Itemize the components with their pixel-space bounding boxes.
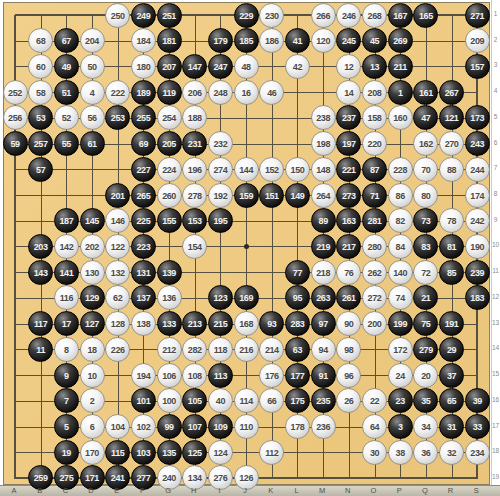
- stone-white-78: 78: [439, 208, 464, 233]
- stone-black-45: 45: [362, 28, 387, 53]
- go-game-viewer: 2502492512292302662462681671652716867204…: [0, 0, 500, 496]
- stone-black-163: 163: [336, 208, 361, 233]
- stone-white-192: 192: [208, 183, 233, 208]
- stone-white-268: 268: [362, 3, 387, 28]
- stone-black-283: 283: [285, 311, 310, 336]
- column-label-N: N: [341, 486, 355, 496]
- stone-black-39: 39: [465, 388, 490, 413]
- stone-white-244: 244: [465, 157, 490, 182]
- stone-black-167: 167: [388, 3, 413, 28]
- stone-black-185: 185: [234, 28, 259, 53]
- stone-black-173: 173: [465, 105, 490, 130]
- stone-black-101: 101: [131, 388, 156, 413]
- row-label-8: 8: [491, 190, 500, 198]
- stone-black-11: 11: [28, 337, 53, 362]
- stone-white-100: 100: [157, 388, 182, 413]
- stone-black-13: 13: [362, 54, 387, 79]
- stone-black-49: 49: [54, 54, 79, 79]
- stone-black-115: 115: [105, 440, 130, 465]
- stone-white-56: 56: [80, 105, 105, 130]
- stone-white-74: 74: [388, 285, 413, 310]
- stone-white-96: 96: [336, 363, 361, 388]
- stone-white-108: 108: [182, 363, 207, 388]
- stone-black-281: 281: [362, 208, 387, 233]
- stone-white-22: 22: [362, 388, 387, 413]
- stone-black-181: 181: [157, 28, 182, 53]
- stone-black-247: 247: [208, 54, 233, 79]
- column-label-P: P: [392, 486, 406, 496]
- stone-white-8: 8: [54, 337, 79, 362]
- stone-white-150: 150: [285, 157, 310, 182]
- stone-white-178: 178: [285, 414, 310, 439]
- stone-black-53: 53: [28, 105, 53, 130]
- stone-white-202: 202: [80, 234, 105, 259]
- stone-white-36: 36: [413, 440, 438, 465]
- stone-white-88: 88: [439, 157, 464, 182]
- stone-black-257: 257: [28, 131, 53, 156]
- column-label-F: F: [135, 486, 149, 496]
- stone-black-9: 9: [54, 363, 79, 388]
- column-label-S: S: [469, 486, 483, 496]
- stone-black-187: 187: [54, 208, 79, 233]
- row-label-5: 5: [491, 113, 500, 121]
- column-label-C: C: [58, 486, 72, 496]
- stone-white-256: 256: [3, 105, 28, 130]
- column-label-R: R: [444, 486, 458, 496]
- stone-white-228: 228: [388, 157, 413, 182]
- row-label-18: 18: [491, 447, 500, 455]
- stone-white-254: 254: [157, 105, 182, 130]
- row-label-2: 2: [491, 36, 500, 44]
- stone-black-215: 215: [208, 311, 233, 336]
- stone-black-99: 99: [157, 414, 182, 439]
- stone-black-227: 227: [131, 157, 156, 182]
- stone-white-230: 230: [259, 3, 284, 28]
- stone-black-211: 211: [388, 54, 413, 79]
- stone-white-260: 260: [157, 183, 182, 208]
- stone-black-63: 63: [285, 337, 310, 362]
- stone-white-14: 14: [336, 80, 361, 105]
- stone-white-38: 38: [388, 440, 413, 465]
- stone-white-4: 4: [80, 80, 105, 105]
- stone-black-133: 133: [157, 311, 182, 336]
- stone-black-95: 95: [285, 285, 310, 310]
- stone-black-223: 223: [131, 234, 156, 259]
- stone-black-207: 207: [157, 54, 182, 79]
- stone-black-203: 203: [28, 234, 53, 259]
- stone-white-138: 138: [131, 311, 156, 336]
- stone-black-109: 109: [208, 414, 233, 439]
- stone-black-7: 7: [54, 388, 79, 413]
- stone-black-145: 145: [80, 208, 105, 233]
- row-label-9: 9: [491, 216, 500, 224]
- stone-black-201: 201: [105, 183, 130, 208]
- stone-white-274: 274: [208, 157, 233, 182]
- stone-black-77: 77: [285, 260, 310, 285]
- stone-white-278: 278: [182, 183, 207, 208]
- stone-white-172: 172: [388, 337, 413, 362]
- stone-black-265: 265: [131, 183, 156, 208]
- stone-white-208: 208: [362, 80, 387, 105]
- column-label-Q: Q: [418, 486, 432, 496]
- stone-black-219: 219: [311, 234, 336, 259]
- row-label-11: 11: [491, 267, 500, 275]
- go-board[interactable]: 2502492512292302662462681671652716867204…: [3, 2, 490, 485]
- stone-black-141: 141: [54, 260, 79, 285]
- stone-white-68: 68: [28, 28, 53, 53]
- stone-white-200: 200: [362, 311, 387, 336]
- stone-black-179: 179: [208, 28, 233, 53]
- stone-white-90: 90: [336, 311, 361, 336]
- stone-black-5: 5: [54, 414, 79, 439]
- stone-white-42: 42: [285, 54, 310, 79]
- stone-black-81: 81: [439, 234, 464, 259]
- stone-white-70: 70: [413, 157, 438, 182]
- stone-black-69: 69: [131, 131, 156, 156]
- stone-white-170: 170: [80, 440, 105, 465]
- stone-white-282: 282: [182, 337, 207, 362]
- stone-black-191: 191: [439, 311, 464, 336]
- stone-black-235: 235: [311, 388, 336, 413]
- stone-white-238: 238: [311, 105, 336, 130]
- stone-black-139: 139: [157, 260, 182, 285]
- stone-white-206: 206: [182, 80, 207, 105]
- stone-black-169: 169: [234, 285, 259, 310]
- row-label-12: 12: [491, 293, 500, 301]
- stone-white-272: 272: [362, 285, 387, 310]
- row-label-15: 15: [491, 370, 500, 378]
- stone-black-217: 217: [336, 234, 361, 259]
- stone-black-273: 273: [336, 183, 361, 208]
- stone-white-32: 32: [439, 440, 464, 465]
- stone-black-103: 103: [131, 440, 156, 465]
- stone-white-114: 114: [234, 388, 259, 413]
- stone-black-107: 107: [182, 414, 207, 439]
- stone-white-6: 6: [80, 414, 105, 439]
- stone-white-104: 104: [105, 414, 130, 439]
- stone-white-110: 110: [234, 414, 259, 439]
- column-label-A: A: [7, 486, 21, 496]
- stone-white-148: 148: [311, 157, 336, 182]
- stone-black-55: 55: [54, 131, 79, 156]
- row-label-14: 14: [491, 344, 500, 352]
- row-label-4: 4: [491, 87, 500, 95]
- stone-black-85: 85: [439, 260, 464, 285]
- stone-black-137: 137: [131, 285, 156, 310]
- stone-black-65: 65: [439, 388, 464, 413]
- stone-white-102: 102: [131, 414, 156, 439]
- stone-white-216: 216: [234, 337, 259, 362]
- stone-white-246: 246: [336, 3, 361, 28]
- stone-white-194: 194: [131, 363, 156, 388]
- stone-white-236: 236: [311, 414, 336, 439]
- stone-black-195: 195: [208, 208, 233, 233]
- stone-white-280: 280: [362, 234, 387, 259]
- stone-black-149: 149: [285, 183, 310, 208]
- stone-black-121: 121: [439, 105, 464, 130]
- stone-black-213: 213: [182, 311, 207, 336]
- stone-white-140: 140: [388, 260, 413, 285]
- stone-black-105: 105: [182, 388, 207, 413]
- stone-white-160: 160: [388, 105, 413, 130]
- stone-white-34: 34: [413, 414, 438, 439]
- row-label-19: 19: [491, 473, 500, 481]
- stone-white-18: 18: [80, 337, 105, 362]
- stone-white-198: 198: [311, 131, 336, 156]
- stone-white-12: 12: [336, 54, 361, 79]
- stone-white-76: 76: [336, 260, 361, 285]
- stone-white-212: 212: [157, 337, 182, 362]
- stone-black-57: 57: [28, 157, 53, 182]
- stone-black-165: 165: [413, 3, 438, 28]
- stone-white-264: 264: [311, 183, 336, 208]
- stone-white-168: 168: [234, 311, 259, 336]
- stone-black-135: 135: [157, 440, 182, 465]
- stone-black-197: 197: [336, 131, 361, 156]
- stone-black-31: 31: [439, 414, 464, 439]
- stone-black-221: 221: [336, 157, 361, 182]
- stone-black-229: 229: [234, 3, 259, 28]
- stone-black-177: 177: [285, 363, 310, 388]
- row-label-17: 17: [491, 422, 500, 430]
- row-label-3: 3: [491, 61, 500, 69]
- stone-black-183: 183: [465, 285, 490, 310]
- stone-white-144: 144: [234, 157, 259, 182]
- stone-black-73: 73: [413, 208, 438, 233]
- stone-black-17: 17: [54, 311, 79, 336]
- stone-white-62: 62: [105, 285, 130, 310]
- stone-white-196: 196: [182, 157, 207, 182]
- column-label-D: D: [84, 486, 98, 496]
- stone-white-226: 226: [105, 337, 130, 362]
- stone-white-218: 218: [311, 260, 336, 285]
- stone-white-146: 146: [105, 208, 130, 233]
- stone-black-269: 269: [388, 28, 413, 53]
- stone-black-75: 75: [413, 311, 438, 336]
- stone-white-222: 222: [105, 80, 130, 105]
- stone-white-40: 40: [208, 388, 233, 413]
- stone-black-127: 127: [80, 311, 105, 336]
- row-label-16: 16: [491, 396, 500, 404]
- column-label-J: J: [238, 486, 252, 496]
- stone-black-41: 41: [285, 28, 310, 53]
- stone-black-19: 19: [54, 440, 79, 465]
- stone-black-271: 271: [465, 3, 490, 28]
- stone-black-89: 89: [311, 208, 336, 233]
- stone-black-83: 83: [413, 234, 438, 259]
- stone-black-147: 147: [182, 54, 207, 79]
- column-label-G: G: [161, 486, 175, 496]
- stone-white-158: 158: [362, 105, 387, 130]
- stone-black-239: 239: [465, 260, 490, 285]
- stone-white-262: 262: [362, 260, 387, 285]
- stone-white-248: 248: [208, 80, 233, 105]
- column-label-H: H: [187, 486, 201, 496]
- stone-white-94: 94: [311, 337, 336, 362]
- column-label-O: O: [367, 486, 381, 496]
- stone-white-58: 58: [28, 80, 53, 105]
- stone-white-106: 106: [157, 363, 182, 388]
- star-point: [244, 244, 249, 249]
- stone-black-267: 267: [439, 80, 464, 105]
- stone-white-234: 234: [465, 440, 490, 465]
- stone-white-142: 142: [54, 234, 79, 259]
- stone-white-116: 116: [54, 285, 79, 310]
- stone-black-125: 125: [182, 440, 207, 465]
- stone-black-35: 35: [413, 388, 438, 413]
- stone-black-255: 255: [131, 105, 156, 130]
- row-label-10: 10: [491, 241, 500, 249]
- stone-black-199: 199: [388, 311, 413, 336]
- stone-black-29: 29: [439, 337, 464, 362]
- stone-white-48: 48: [234, 54, 259, 79]
- stone-black-249: 249: [131, 3, 156, 28]
- stone-white-132: 132: [105, 260, 130, 285]
- stone-white-118: 118: [208, 337, 233, 362]
- stone-black-161: 161: [413, 80, 438, 105]
- stone-black-97: 97: [311, 311, 336, 336]
- stone-black-157: 157: [465, 54, 490, 79]
- stone-white-20: 20: [413, 363, 438, 388]
- row-label-6: 6: [491, 139, 500, 147]
- stone-white-180: 180: [131, 54, 156, 79]
- stone-white-120: 120: [311, 28, 336, 53]
- stone-white-30: 30: [362, 440, 387, 465]
- column-label-E: E: [110, 486, 124, 496]
- stone-black-131: 131: [131, 260, 156, 285]
- stone-white-224: 224: [157, 157, 182, 182]
- stone-white-242: 242: [465, 208, 490, 233]
- stone-white-98: 98: [336, 337, 361, 362]
- column-label-B: B: [33, 486, 47, 496]
- stone-white-122: 122: [105, 234, 130, 259]
- stone-white-130: 130: [80, 260, 105, 285]
- stone-white-209: 209: [465, 28, 490, 53]
- stone-white-46: 46: [259, 80, 284, 105]
- stone-white-174: 174: [465, 183, 490, 208]
- stone-black-51: 51: [54, 80, 79, 105]
- stone-white-162: 162: [413, 131, 438, 156]
- stone-white-184: 184: [131, 28, 156, 53]
- stone-black-59: 59: [3, 131, 28, 156]
- stone-black-1: 1: [388, 80, 413, 105]
- stone-black-33: 33: [465, 414, 490, 439]
- stone-black-243: 243: [465, 131, 490, 156]
- stone-white-66: 66: [259, 388, 284, 413]
- stone-white-64: 64: [362, 414, 387, 439]
- row-label-13: 13: [491, 319, 500, 327]
- stone-black-261: 261: [336, 285, 361, 310]
- stone-white-52: 52: [54, 105, 79, 130]
- stone-black-225: 225: [131, 208, 156, 233]
- stone-white-112: 112: [259, 440, 284, 465]
- row-label-1: 1: [491, 10, 500, 18]
- stone-white-26: 26: [336, 388, 361, 413]
- stone-black-87: 87: [362, 157, 387, 182]
- stone-white-86: 86: [388, 183, 413, 208]
- stone-black-119: 119: [157, 80, 182, 105]
- column-label-I: I: [212, 486, 226, 496]
- stone-black-129: 129: [80, 285, 105, 310]
- stone-black-151: 151: [259, 183, 284, 208]
- stone-black-153: 153: [182, 208, 207, 233]
- stone-white-214: 214: [259, 337, 284, 362]
- stone-black-23: 23: [388, 388, 413, 413]
- stone-white-154: 154: [182, 234, 207, 259]
- stone-black-71: 71: [362, 183, 387, 208]
- stone-white-250: 250: [105, 3, 130, 28]
- stone-black-37: 37: [439, 363, 464, 388]
- stone-black-231: 231: [182, 131, 207, 156]
- stone-black-67: 67: [54, 28, 79, 53]
- stone-white-124: 124: [208, 440, 233, 465]
- stone-black-175: 175: [285, 388, 310, 413]
- stone-black-143: 143: [28, 260, 53, 285]
- column-label-L: L: [289, 486, 303, 496]
- column-label-M: M: [315, 486, 329, 496]
- stone-white-136: 136: [157, 285, 182, 310]
- stone-white-252: 252: [3, 80, 28, 105]
- stone-black-93: 93: [259, 311, 284, 336]
- stone-black-263: 263: [311, 285, 336, 310]
- stone-white-220: 220: [362, 131, 387, 156]
- stone-black-205: 205: [157, 131, 182, 156]
- stone-black-245: 245: [336, 28, 361, 53]
- stone-black-159: 159: [234, 183, 259, 208]
- stone-white-270: 270: [439, 131, 464, 156]
- stone-white-84: 84: [388, 234, 413, 259]
- stone-black-189: 189: [131, 80, 156, 105]
- stone-black-61: 61: [80, 131, 105, 156]
- stone-white-82: 82: [388, 208, 413, 233]
- stone-white-16: 16: [234, 80, 259, 105]
- stone-black-91: 91: [311, 363, 336, 388]
- stone-white-80: 80: [413, 183, 438, 208]
- stone-black-47: 47: [413, 105, 438, 130]
- stone-black-3: 3: [388, 414, 413, 439]
- stone-white-50: 50: [80, 54, 105, 79]
- stone-white-232: 232: [208, 131, 233, 156]
- stone-white-266: 266: [311, 3, 336, 28]
- stone-white-152: 152: [259, 157, 284, 182]
- stone-black-279: 279: [413, 337, 438, 362]
- stone-black-123: 123: [208, 285, 233, 310]
- stone-white-2: 2: [80, 388, 105, 413]
- stone-black-253: 253: [105, 105, 130, 130]
- stone-black-237: 237: [336, 105, 361, 130]
- stone-white-24: 24: [388, 363, 413, 388]
- stone-white-10: 10: [80, 363, 105, 388]
- stone-black-113: 113: [208, 363, 233, 388]
- stone-black-117: 117: [28, 311, 53, 336]
- row-label-7: 7: [491, 164, 500, 172]
- stone-white-204: 204: [80, 28, 105, 53]
- stone-white-176: 176: [259, 363, 284, 388]
- stone-white-190: 190: [465, 234, 490, 259]
- stone-white-72: 72: [413, 260, 438, 285]
- stone-black-21: 21: [413, 285, 438, 310]
- column-label-K: K: [264, 486, 278, 496]
- stone-white-60: 60: [28, 54, 53, 79]
- stone-white-188: 188: [182, 105, 207, 130]
- stone-black-155: 155: [157, 208, 182, 233]
- stone-black-251: 251: [157, 3, 182, 28]
- stone-white-128: 128: [105, 311, 130, 336]
- stone-white-186: 186: [259, 28, 284, 53]
